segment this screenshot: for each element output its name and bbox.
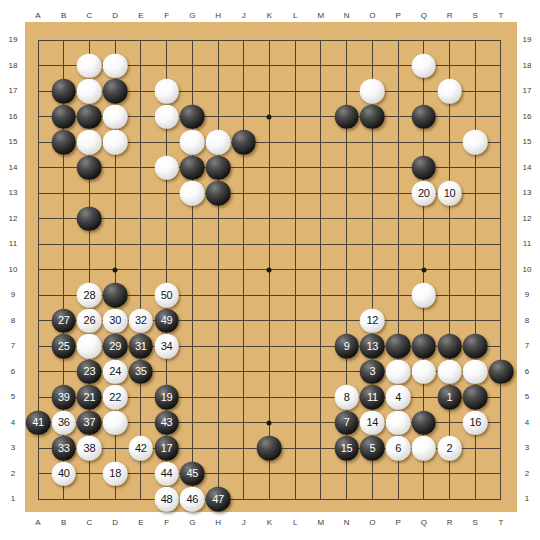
row-label-7-right: 7 [525,342,529,350]
col-label-h-bottom: H [215,519,221,527]
stone-black-j15[interactable] [231,130,256,155]
stone-white-n5[interactable]: 8 [334,385,359,410]
stone-black-b17[interactable] [51,79,76,104]
star-point-k16 [267,114,272,119]
move-number: 21 [84,392,96,403]
col-label-t-top: T [499,12,504,20]
move-number: 26 [84,315,96,326]
stone-black-c16[interactable] [77,104,102,129]
stone-white-r13[interactable]: 10 [437,181,462,206]
col-label-c-top: C [87,12,93,20]
stone-black-c14[interactable] [77,155,102,180]
stone-white-o17[interactable] [360,79,385,104]
row-label-6-right: 6 [525,368,529,376]
row-label-10-right: 10 [523,266,532,274]
stone-white-r17[interactable] [437,79,462,104]
stone-white-c3[interactable]: 38 [77,436,102,461]
grid-line-vertical [320,40,321,499]
move-number: 34 [161,341,173,352]
row-label-15-left: 15 [9,138,18,146]
stone-black-r7[interactable] [437,334,462,359]
stone-black-d17[interactable] [103,79,128,104]
col-label-h-top: H [215,12,221,20]
stone-white-q13[interactable]: 20 [412,181,437,206]
go-board[interactable]: 2010285027263032492529313423243539212219… [25,22,517,512]
stone-white-f16[interactable] [154,104,179,129]
move-number: 11 [367,392,378,403]
col-label-p-bottom: P [395,519,400,527]
move-number: 37 [84,417,96,428]
move-number: 39 [58,392,70,403]
row-label-3-right: 3 [525,444,529,452]
stone-white-g15[interactable] [180,130,205,155]
stone-white-h15[interactable] [206,130,231,155]
stone-white-f2[interactable]: 44 [154,461,179,486]
star-point-q10 [421,267,426,272]
stone-black-q16[interactable] [412,104,437,129]
stone-white-p3[interactable]: 6 [386,436,411,461]
stone-white-s15[interactable] [463,130,488,155]
stone-white-f7[interactable]: 34 [154,334,179,359]
stone-black-n7[interactable]: 9 [334,334,359,359]
stone-black-s7[interactable] [463,334,488,359]
stone-black-c6[interactable]: 23 [77,359,102,384]
stone-white-c17[interactable] [77,79,102,104]
col-label-d-top: D [112,12,118,20]
stone-black-d7[interactable]: 29 [103,334,128,359]
stone-white-o4[interactable]: 14 [360,410,385,435]
row-label-15-right: 15 [523,138,532,146]
col-label-n-top: N [344,12,350,20]
stone-white-d16[interactable] [103,104,128,129]
move-number: 45 [186,468,198,479]
move-number: 25 [58,341,70,352]
move-number: 16 [469,417,481,428]
stone-white-d6[interactable]: 24 [103,359,128,384]
stone-white-q3[interactable] [412,436,437,461]
stone-black-k3[interactable] [257,436,282,461]
col-label-q-top: Q [421,12,427,20]
move-number: 36 [58,417,70,428]
stone-black-c5[interactable]: 21 [77,385,102,410]
col-label-k-bottom: K [267,519,272,527]
stone-black-g2[interactable]: 45 [180,461,205,486]
col-label-o-top: O [369,12,375,20]
stone-black-h13[interactable] [206,181,231,206]
row-label-8-right: 8 [525,317,529,325]
move-number: 31 [135,341,147,352]
stone-white-d4[interactable] [103,410,128,435]
move-number: 7 [344,417,350,428]
move-number: 24 [109,366,121,377]
stone-black-r5[interactable]: 1 [437,385,462,410]
stone-white-g1[interactable]: 46 [180,487,205,512]
row-label-18-right: 18 [523,62,532,70]
stone-black-b3[interactable]: 33 [51,436,76,461]
stone-white-d2[interactable]: 18 [103,461,128,486]
col-label-m-bottom: M [318,519,325,527]
row-label-16-right: 16 [523,113,532,121]
stone-black-g16[interactable] [180,104,205,129]
move-number: 35 [135,366,147,377]
col-label-b-bottom: B [61,519,66,527]
stone-black-o7[interactable]: 13 [360,334,385,359]
stone-white-s4[interactable]: 16 [463,410,488,435]
stone-black-d9[interactable] [103,283,128,308]
col-label-g-bottom: G [189,519,195,527]
stone-black-g14[interactable] [180,155,205,180]
stone-black-c4[interactable]: 37 [77,410,102,435]
move-number: 41 [32,417,44,428]
row-label-13-left: 13 [9,189,18,197]
stone-white-g13[interactable] [180,181,205,206]
stone-black-h1[interactable]: 47 [206,487,231,512]
col-label-n-bottom: N [344,519,350,527]
stone-black-b7[interactable]: 25 [51,334,76,359]
row-label-7-left: 7 [11,342,15,350]
stone-white-r6[interactable] [437,359,462,384]
col-label-f-top: F [164,12,169,20]
move-number: 12 [367,315,379,326]
stone-white-d18[interactable] [103,53,128,78]
stone-white-c7[interactable] [77,334,102,359]
stone-white-p6[interactable] [386,359,411,384]
row-label-17-right: 17 [523,87,532,95]
col-label-c-bottom: C [87,519,93,527]
row-label-18-left: 18 [9,62,18,70]
col-label-f-bottom: F [164,519,169,527]
stone-white-b4[interactable]: 36 [51,410,76,435]
stone-white-b2[interactable]: 40 [51,461,76,486]
row-label-12-left: 12 [9,215,18,223]
col-label-l-top: L [293,12,297,20]
col-label-k-top: K [267,12,272,20]
move-number: 33 [58,443,70,454]
move-number: 29 [109,341,121,352]
col-label-s-bottom: S [473,519,478,527]
move-number: 15 [341,443,353,454]
row-label-10-left: 10 [9,266,18,274]
star-point-k10 [267,267,272,272]
stone-black-q4[interactable] [412,410,437,435]
col-label-e-bottom: E [138,519,143,527]
stone-black-n4[interactable]: 7 [334,410,359,435]
move-number: 43 [161,417,173,428]
stone-black-f5[interactable]: 19 [154,385,179,410]
col-label-e-top: E [138,12,143,20]
move-number: 2 [447,443,453,454]
move-number: 38 [84,443,96,454]
move-number: 19 [161,392,173,403]
row-label-3-left: 3 [11,444,15,452]
move-number: 44 [161,468,173,479]
stone-white-q9[interactable] [412,283,437,308]
move-number: 49 [161,315,173,326]
stone-white-p4[interactable] [386,410,411,435]
stone-black-b8[interactable]: 27 [51,308,76,333]
row-label-19-right: 19 [523,36,532,44]
row-label-14-right: 14 [523,164,532,172]
col-label-l-bottom: L [293,519,297,527]
row-label-11-left: 11 [9,240,17,248]
stone-black-n3[interactable]: 15 [334,436,359,461]
col-label-j-top: J [242,12,246,20]
stone-black-o3[interactable]: 5 [360,436,385,461]
move-number: 18 [109,468,121,479]
stone-white-f9[interactable]: 50 [154,283,179,308]
move-number: 8 [344,392,350,403]
stone-black-q7[interactable] [412,334,437,359]
stone-white-p5[interactable]: 4 [386,385,411,410]
stone-black-p7[interactable] [386,334,411,359]
move-number: 40 [58,468,70,479]
stone-white-f17[interactable] [154,79,179,104]
stone-black-b15[interactable] [51,130,76,155]
stone-white-c18[interactable] [77,53,102,78]
move-number: 42 [135,443,147,454]
col-label-s-top: S [473,12,478,20]
row-label-4-right: 4 [525,419,529,427]
col-label-m-top: M [318,12,325,20]
row-label-4-left: 4 [11,419,15,427]
grid-line-vertical [449,40,450,499]
row-label-12-right: 12 [523,215,532,223]
col-label-j-bottom: J [242,519,246,527]
grid-line-vertical [295,40,296,499]
stone-white-c9[interactable]: 28 [77,283,102,308]
grid-line-vertical [500,40,501,499]
move-number: 3 [369,366,375,377]
stone-black-q14[interactable] [412,155,437,180]
stone-white-f14[interactable] [154,155,179,180]
stone-black-n16[interactable] [334,104,359,129]
row-label-9-right: 9 [525,291,529,299]
stone-black-e6[interactable]: 35 [129,359,154,384]
row-label-2-left: 2 [11,470,15,478]
go-diagram-page: 2010285027263032492529313423243539212219… [0,0,540,540]
col-label-q-bottom: Q [421,519,427,527]
row-label-14-left: 14 [9,164,18,172]
stone-black-b16[interactable] [51,104,76,129]
col-label-a-bottom: A [35,519,40,527]
move-number: 10 [444,188,456,199]
stone-white-s6[interactable] [463,359,488,384]
col-label-r-top: R [447,12,453,20]
col-label-p-top: P [395,12,400,20]
move-number: 47 [212,494,224,505]
grid-line-horizontal [38,499,501,500]
col-label-g-top: G [189,12,195,20]
move-number: 23 [84,366,96,377]
stone-black-f3[interactable]: 17 [154,436,179,461]
move-number: 1 [447,392,453,403]
move-number: 4 [395,392,401,403]
row-label-16-left: 16 [9,113,18,121]
stone-white-q18[interactable] [412,53,437,78]
move-number: 48 [161,494,173,505]
row-label-2-right: 2 [525,470,529,478]
move-number: 9 [344,341,350,352]
stone-black-c12[interactable] [77,206,102,231]
col-label-d-bottom: D [112,519,118,527]
stone-black-o16[interactable] [360,104,385,129]
col-label-o-bottom: O [369,519,375,527]
col-label-r-bottom: R [447,519,453,527]
stone-white-d8[interactable]: 30 [103,308,128,333]
star-point-d10 [113,267,118,272]
move-number: 27 [58,315,70,326]
stone-black-f4[interactable]: 43 [154,410,179,435]
col-label-b-top: B [61,12,66,20]
row-label-6-left: 6 [11,368,15,376]
stone-black-b5[interactable]: 39 [51,385,76,410]
stone-white-r3[interactable]: 2 [437,436,462,461]
stone-black-e7[interactable]: 31 [129,334,154,359]
stone-white-c15[interactable] [77,130,102,155]
stone-white-f1[interactable]: 48 [154,487,179,512]
move-number: 30 [109,315,121,326]
star-point-k4 [267,420,272,425]
row-label-13-right: 13 [523,189,532,197]
col-label-a-top: A [35,12,40,20]
stone-white-c8[interactable]: 26 [77,308,102,333]
row-label-9-left: 9 [11,291,15,299]
stone-white-o8[interactable]: 12 [360,308,385,333]
move-number: 6 [395,443,401,454]
move-number: 5 [369,443,375,454]
stone-black-f8[interactable]: 49 [154,308,179,333]
row-label-1-left: 1 [11,495,15,503]
stone-white-q6[interactable] [412,359,437,384]
stone-black-o6[interactable]: 3 [360,359,385,384]
stone-black-s5[interactable] [463,385,488,410]
stone-black-h14[interactable] [206,155,231,180]
move-number: 28 [84,290,96,301]
stone-black-a4[interactable]: 41 [26,410,51,435]
row-label-19-left: 19 [9,36,18,44]
stone-black-t6[interactable] [489,359,514,384]
move-number: 13 [367,341,379,352]
row-label-11-right: 11 [523,240,531,248]
move-number: 32 [135,315,147,326]
move-number: 20 [418,188,430,199]
row-label-5-left: 5 [11,393,15,401]
move-number: 14 [367,417,379,428]
stone-black-o5[interactable]: 11 [360,385,385,410]
move-number: 17 [161,443,173,454]
row-label-1-right: 1 [525,495,529,503]
stone-white-e3[interactable]: 42 [129,436,154,461]
col-label-t-bottom: T [499,519,504,527]
move-number: 50 [161,290,173,301]
row-label-17-left: 17 [9,87,18,95]
stone-white-d5[interactable]: 22 [103,385,128,410]
row-label-8-left: 8 [11,317,15,325]
row-label-5-right: 5 [525,393,529,401]
stone-white-e8[interactable]: 32 [129,308,154,333]
stone-white-d15[interactable] [103,130,128,155]
move-number: 46 [186,494,198,505]
move-number: 22 [109,392,121,403]
